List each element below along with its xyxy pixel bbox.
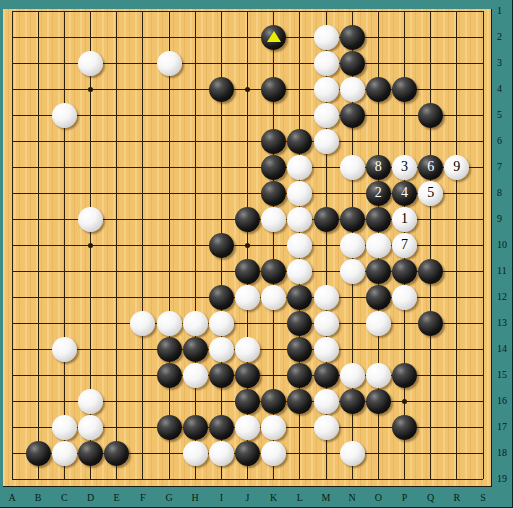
stone-H13[interactable] — [183, 311, 208, 336]
stone-D16[interactable] — [78, 389, 103, 414]
stone-K11[interactable] — [261, 259, 286, 284]
stone-L8[interactable] — [287, 181, 312, 206]
stone-M5[interactable] — [314, 103, 339, 128]
stone-I13[interactable] — [209, 311, 234, 336]
col-label-F: F — [136, 492, 150, 503]
stone-D17[interactable] — [78, 415, 103, 440]
stone-O11[interactable] — [366, 259, 391, 284]
stone-R7[interactable]: 9 — [444, 155, 469, 180]
col-label-P: P — [398, 492, 412, 503]
col-label-R: R — [450, 492, 464, 503]
row-label-4: 4 — [497, 83, 502, 95]
stone-M2[interactable] — [314, 25, 339, 50]
row-label-5: 5 — [497, 109, 502, 121]
row-label-10: 10 — [497, 239, 507, 251]
stone-P9[interactable]: 1 — [392, 207, 417, 232]
stone-O7[interactable]: 8 — [366, 155, 391, 180]
stone-L11[interactable] — [287, 259, 312, 284]
stone-M12[interactable] — [314, 285, 339, 310]
stone-I4[interactable] — [209, 77, 234, 102]
move-number-2: 2 — [375, 186, 382, 200]
stone-L13[interactable] — [287, 311, 312, 336]
stone-O9[interactable] — [366, 207, 391, 232]
goban[interactable]: 836924517 — [3, 9, 492, 487]
stone-J11[interactable] — [235, 259, 260, 284]
row-label-11: 11 — [497, 265, 507, 277]
col-label-D: D — [84, 492, 98, 503]
stone-K12[interactable] — [261, 285, 286, 310]
stone-J18[interactable] — [235, 441, 260, 466]
stone-J16[interactable] — [235, 389, 260, 414]
stone-N3[interactable] — [340, 51, 365, 76]
stone-I12[interactable] — [209, 285, 234, 310]
move-number-7: 7 — [401, 238, 408, 252]
stone-N10[interactable] — [340, 233, 365, 258]
row-label-16: 16 — [497, 395, 507, 407]
col-label-G: G — [162, 492, 176, 503]
stone-K8[interactable] — [261, 181, 286, 206]
stone-H15[interactable] — [183, 363, 208, 388]
stone-K16[interactable] — [261, 389, 286, 414]
star-point-D4 — [88, 87, 93, 92]
stone-N18[interactable] — [340, 441, 365, 466]
row-label-12: 12 — [497, 291, 507, 303]
stone-K18[interactable] — [261, 441, 286, 466]
move-number-3: 3 — [401, 160, 408, 174]
stone-M16[interactable] — [314, 389, 339, 414]
stone-L10[interactable] — [287, 233, 312, 258]
stone-H17[interactable] — [183, 415, 208, 440]
stone-N2[interactable] — [340, 25, 365, 50]
stone-O15[interactable] — [366, 363, 391, 388]
col-label-E: E — [110, 492, 124, 503]
stone-H18[interactable] — [183, 441, 208, 466]
col-label-K: K — [267, 492, 281, 503]
stone-P7[interactable]: 3 — [392, 155, 417, 180]
stone-M6[interactable] — [314, 129, 339, 154]
stone-N5[interactable] — [340, 103, 365, 128]
stone-I14[interactable] — [209, 337, 234, 362]
stone-L14[interactable] — [287, 337, 312, 362]
triangle-marker-icon — [267, 31, 281, 42]
star-point-J4 — [245, 87, 250, 92]
stone-P12[interactable] — [392, 285, 417, 310]
row-label-19: 19 — [497, 473, 507, 485]
stone-Q11[interactable] — [418, 259, 443, 284]
stone-P11[interactable] — [392, 259, 417, 284]
stone-O4[interactable] — [366, 77, 391, 102]
stone-M4[interactable] — [314, 77, 339, 102]
stone-D9[interactable] — [78, 207, 103, 232]
move-number-9: 9 — [453, 160, 460, 174]
move-number-5: 5 — [427, 186, 434, 200]
stone-J9[interactable] — [235, 207, 260, 232]
stone-G13[interactable] — [157, 311, 182, 336]
stone-J15[interactable] — [235, 363, 260, 388]
stone-L15[interactable] — [287, 363, 312, 388]
row-label-18: 18 — [497, 447, 507, 459]
stone-L16[interactable] — [287, 389, 312, 414]
stone-C18[interactable] — [52, 441, 77, 466]
row-label-17: 17 — [497, 421, 507, 433]
col-label-N: N — [345, 492, 359, 503]
stone-C17[interactable] — [52, 415, 77, 440]
col-label-C: C — [57, 492, 71, 503]
stone-P17[interactable] — [392, 415, 417, 440]
stone-M3[interactable] — [314, 51, 339, 76]
stone-K9[interactable] — [261, 207, 286, 232]
col-label-O: O — [371, 492, 385, 503]
stone-O16[interactable] — [366, 389, 391, 414]
col-label-A: A — [5, 492, 19, 503]
stone-M9[interactable] — [314, 207, 339, 232]
col-label-I: I — [214, 492, 228, 503]
move-number-4: 4 — [401, 186, 408, 200]
row-label-15: 15 — [497, 369, 507, 381]
stone-N7[interactable] — [340, 155, 365, 180]
stone-M13[interactable] — [314, 311, 339, 336]
stone-Q7[interactable]: 6 — [418, 155, 443, 180]
stone-M14[interactable] — [314, 337, 339, 362]
row-label-7: 7 — [497, 161, 502, 173]
stone-Q8[interactable]: 5 — [418, 181, 443, 206]
stone-F13[interactable] — [130, 311, 155, 336]
stone-M15[interactable] — [314, 363, 339, 388]
stone-J14[interactable] — [235, 337, 260, 362]
stone-K4[interactable] — [261, 77, 286, 102]
stone-H14[interactable] — [183, 337, 208, 362]
move-number-8: 8 — [375, 160, 382, 174]
stone-P8[interactable]: 4 — [392, 181, 417, 206]
stone-J12[interactable] — [235, 285, 260, 310]
stone-I17[interactable] — [209, 415, 234, 440]
stone-K17[interactable] — [261, 415, 286, 440]
stone-O12[interactable] — [366, 285, 391, 310]
col-label-L: L — [293, 492, 307, 503]
stone-O10[interactable] — [366, 233, 391, 258]
col-label-H: H — [188, 492, 202, 503]
stone-G3[interactable] — [157, 51, 182, 76]
stone-N15[interactable] — [340, 363, 365, 388]
row-label-3: 3 — [497, 57, 502, 69]
stone-D3[interactable] — [78, 51, 103, 76]
stone-I15[interactable] — [209, 363, 234, 388]
stone-K2[interactable] — [261, 25, 286, 50]
stone-Q13[interactable] — [418, 311, 443, 336]
col-label-Q: Q — [424, 492, 438, 503]
stone-N16[interactable] — [340, 389, 365, 414]
stone-L6[interactable] — [287, 129, 312, 154]
stone-M17[interactable] — [314, 415, 339, 440]
stone-L12[interactable] — [287, 285, 312, 310]
col-label-J: J — [241, 492, 255, 503]
stone-G17[interactable] — [157, 415, 182, 440]
star-point-D10 — [88, 243, 93, 248]
stone-J17[interactable] — [235, 415, 260, 440]
row-label-9: 9 — [497, 213, 502, 225]
go-board-window: 836924517 ABCDEFGHIJKLMNOPQRS 1234567891… — [0, 0, 513, 508]
stone-P10[interactable]: 7 — [392, 233, 417, 258]
row-label-1: 1 — [497, 5, 502, 17]
stone-I10[interactable] — [209, 233, 234, 258]
stone-I18[interactable] — [209, 441, 234, 466]
stone-N11[interactable] — [340, 259, 365, 284]
row-label-14: 14 — [497, 343, 507, 355]
stone-C14[interactable] — [52, 337, 77, 362]
stone-O13[interactable] — [366, 311, 391, 336]
col-label-M: M — [319, 492, 333, 503]
col-label-B: B — [31, 492, 45, 503]
stone-G15[interactable] — [157, 363, 182, 388]
stone-C5[interactable] — [52, 103, 77, 128]
stone-O8[interactable]: 2 — [366, 181, 391, 206]
star-point-J10 — [245, 243, 250, 248]
row-label-2: 2 — [497, 31, 502, 43]
stone-B18[interactable] — [26, 441, 51, 466]
stone-P4[interactable] — [392, 77, 417, 102]
stone-P15[interactable] — [392, 363, 417, 388]
row-label-6: 6 — [497, 135, 502, 147]
row-label-8: 8 — [497, 187, 502, 199]
stone-E18[interactable] — [104, 441, 129, 466]
row-label-13: 13 — [497, 317, 507, 329]
stone-L7[interactable] — [287, 155, 312, 180]
stone-N9[interactable] — [340, 207, 365, 232]
stone-D18[interactable] — [78, 441, 103, 466]
stone-L9[interactable] — [287, 207, 312, 232]
stone-K6[interactable] — [261, 129, 286, 154]
stone-K7[interactable] — [261, 155, 286, 180]
move-number-6: 6 — [427, 160, 434, 174]
star-point-P16 — [402, 399, 407, 404]
stone-Q5[interactable] — [418, 103, 443, 128]
col-label-S: S — [476, 492, 490, 503]
move-number-1: 1 — [401, 212, 408, 226]
stone-G14[interactable] — [157, 337, 182, 362]
stone-N4[interactable] — [340, 77, 365, 102]
